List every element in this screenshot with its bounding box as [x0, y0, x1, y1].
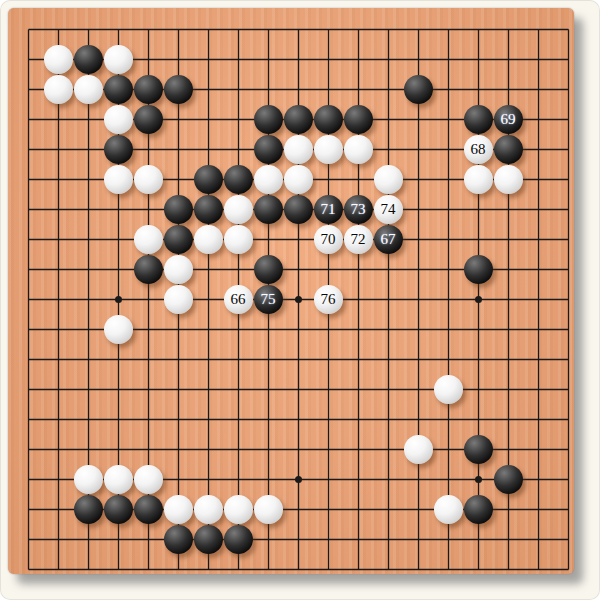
stone-black-move-75: 75: [254, 285, 283, 314]
stone-white: [104, 165, 133, 194]
stone-black: [494, 465, 523, 494]
move-number-label: 74: [381, 202, 396, 217]
stone-white: [104, 105, 133, 134]
stone-black: [194, 165, 223, 194]
move-number-label: 75: [261, 292, 276, 307]
stone-white: [464, 165, 493, 194]
stone-white: [404, 435, 433, 464]
stone-black: [404, 75, 433, 104]
stone-black: [74, 495, 103, 524]
move-number-label: 71: [321, 202, 336, 217]
stone-white: [134, 465, 163, 494]
stone-white: [254, 495, 283, 524]
stone-white-move-76: 76: [314, 285, 343, 314]
stone-black: [314, 105, 343, 134]
stone-black-move-67: 67: [374, 225, 403, 254]
stone-black: [134, 495, 163, 524]
stone-white: [134, 165, 163, 194]
stone-white: [344, 135, 373, 164]
stone-black: [284, 195, 313, 224]
stone-black: [464, 105, 493, 134]
stone-white-move-70: 70: [314, 225, 343, 254]
stone-black-move-71: 71: [314, 195, 343, 224]
go-board[interactable]: 6968717374707267667576: [8, 8, 574, 574]
stone-white: [314, 135, 343, 164]
stone-white: [374, 165, 403, 194]
stone-black: [494, 135, 523, 164]
move-number-label: 66: [231, 292, 246, 307]
stone-black: [464, 255, 493, 284]
stone-white-move-68: 68: [464, 135, 493, 164]
star-point: [295, 296, 302, 303]
star-point: [475, 296, 482, 303]
stone-white: [434, 375, 463, 404]
stone-white: [104, 45, 133, 74]
move-number-label: 68: [471, 142, 486, 157]
stone-white-move-72: 72: [344, 225, 373, 254]
star-point: [115, 296, 122, 303]
stone-black: [194, 525, 223, 554]
stone-white: [164, 285, 193, 314]
move-number-label: 73: [351, 202, 366, 217]
stone-black: [104, 495, 133, 524]
move-number-label: 67: [381, 232, 396, 247]
stone-white: [254, 165, 283, 194]
move-number-label: 70: [321, 232, 336, 247]
stone-white: [224, 195, 253, 224]
stone-black-move-73: 73: [344, 195, 373, 224]
stone-black: [254, 255, 283, 284]
stone-black: [254, 135, 283, 164]
stone-black: [104, 75, 133, 104]
stone-black: [344, 105, 373, 134]
move-number-label: 72: [351, 232, 366, 247]
move-number-label: 69: [501, 112, 516, 127]
stone-white: [434, 495, 463, 524]
stone-black: [284, 105, 313, 134]
stone-white: [44, 75, 73, 104]
stone-white: [164, 495, 193, 524]
star-point: [475, 476, 482, 483]
stone-black: [254, 105, 283, 134]
star-point: [295, 476, 302, 483]
stone-white-move-66: 66: [224, 285, 253, 314]
stone-black: [164, 195, 193, 224]
go-diagram: 6968717374707267667576: [0, 0, 600, 600]
stone-black: [254, 195, 283, 224]
stone-black: [164, 525, 193, 554]
stone-white: [164, 255, 193, 284]
stone-white: [134, 225, 163, 254]
stone-white: [284, 135, 313, 164]
move-number-label: 76: [321, 292, 336, 307]
stone-black: [224, 165, 253, 194]
stone-black: [104, 135, 133, 164]
stone-white: [194, 495, 223, 524]
stone-black: [464, 435, 493, 464]
stone-white: [494, 165, 523, 194]
stone-white: [224, 495, 253, 524]
stone-black: [134, 75, 163, 104]
stone-black: [164, 225, 193, 254]
stone-black: [164, 75, 193, 104]
stone-white: [104, 315, 133, 344]
stone-white: [104, 465, 133, 494]
stone-white: [44, 45, 73, 74]
stone-black: [224, 525, 253, 554]
stone-white: [194, 225, 223, 254]
stone-black: [464, 495, 493, 524]
stone-black: [74, 45, 103, 74]
stone-black: [134, 105, 163, 134]
go-board-grid[interactable]: 6968717374707267667576: [13, 14, 583, 584]
stone-white: [284, 165, 313, 194]
stone-white: [74, 75, 103, 104]
stone-black: [134, 255, 163, 284]
stone-black: [194, 195, 223, 224]
stone-white: [74, 465, 103, 494]
stone-black-move-69: 69: [494, 105, 523, 134]
stone-white: [224, 225, 253, 254]
stone-white-move-74: 74: [374, 195, 403, 224]
